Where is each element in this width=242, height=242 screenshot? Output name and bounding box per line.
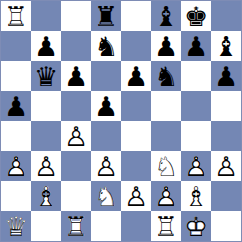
white-bishop-icon: ♝ [181, 181, 211, 211]
square-a7[interactable] [1, 31, 31, 61]
white-pawn-icon: ♟ [91, 151, 121, 181]
white-rook-icon: ♜ [151, 211, 181, 241]
square-c5[interactable] [61, 91, 91, 121]
black-knight-icon: ♞ [91, 31, 121, 61]
square-c2[interactable] [61, 181, 91, 211]
square-f2[interactable]: ♟♙ [151, 181, 181, 211]
white-king-icon: ♚ [181, 211, 211, 241]
black-pawn-icon: ♟ [211, 61, 241, 91]
square-b3[interactable]: ♟♙ [31, 151, 61, 181]
white-pawn-icon: ♟ [211, 151, 241, 181]
square-b7[interactable]: ♟ [31, 31, 61, 61]
black-pawn-icon: ♟ [1, 91, 31, 121]
square-h6[interactable]: ♟ [211, 61, 241, 91]
white-rook-icon: ♜ [1, 1, 31, 31]
white-pawn-icon: ♙ [211, 151, 241, 181]
square-f4[interactable] [151, 121, 181, 151]
square-h8[interactable] [211, 1, 241, 31]
black-pawn-icon: ♟ [151, 31, 181, 61]
white-knight-icon: ♞ [91, 181, 121, 211]
white-rook-icon: ♖ [1, 1, 31, 31]
square-a4[interactable] [1, 121, 31, 151]
white-bishop-icon: ♗ [31, 181, 61, 211]
square-a3[interactable]: ♟♙ [1, 151, 31, 181]
square-c7[interactable] [61, 31, 91, 61]
square-g8[interactable]: ♚ [181, 1, 211, 31]
square-h4[interactable] [211, 121, 241, 151]
square-c6[interactable]: ♟ [61, 61, 91, 91]
white-pawn-icon: ♙ [91, 151, 121, 181]
square-a1[interactable]: ♛♕ [1, 211, 31, 241]
square-h3[interactable]: ♟♙ [211, 151, 241, 181]
white-pawn-icon: ♟ [151, 181, 181, 211]
square-b4[interactable] [31, 121, 61, 151]
black-pawn-icon: ♟ [181, 31, 211, 61]
black-bishop-icon: ♝ [211, 31, 241, 61]
square-c1[interactable]: ♜♖ [61, 211, 91, 241]
square-h1[interactable] [211, 211, 241, 241]
white-bishop-icon: ♝ [31, 181, 61, 211]
square-a6[interactable] [1, 61, 31, 91]
square-b1[interactable] [31, 211, 61, 241]
square-d5[interactable]: ♟ [91, 91, 121, 121]
square-f6[interactable]: ♞ [151, 61, 181, 91]
square-g6[interactable] [181, 61, 211, 91]
square-f8[interactable]: ♝ [151, 1, 181, 31]
white-rook-icon: ♖ [61, 211, 91, 241]
white-pawn-icon: ♙ [1, 151, 31, 181]
black-king-icon: ♚ [181, 1, 211, 31]
square-f7[interactable]: ♟ [151, 31, 181, 61]
square-c8[interactable] [61, 1, 91, 31]
square-c3[interactable] [61, 151, 91, 181]
square-d1[interactable] [91, 211, 121, 241]
white-pawn-icon: ♙ [121, 181, 151, 211]
white-bishop-icon: ♗ [181, 181, 211, 211]
square-b2[interactable]: ♝♗ [31, 181, 61, 211]
chess-board: ♜♖♜♝♚♟♞♟♟♝♛♟♟♞♟♟♟♟♙♟♙♟♙♟♙♞♘♟♙♟♙♝♗♞♘♟♙♟♙♝… [0, 0, 242, 242]
black-queen-icon: ♛ [31, 61, 61, 91]
black-pawn-icon: ♟ [121, 61, 151, 91]
square-g1[interactable]: ♚♔ [181, 211, 211, 241]
white-pawn-icon: ♟ [1, 151, 31, 181]
square-h2[interactable] [211, 181, 241, 211]
square-d7[interactable]: ♞ [91, 31, 121, 61]
black-bishop-icon: ♝ [151, 1, 181, 31]
square-g3[interactable]: ♟♙ [181, 151, 211, 181]
square-e5[interactable] [121, 91, 151, 121]
square-g4[interactable] [181, 121, 211, 151]
black-rook-icon: ♜ [91, 1, 121, 31]
white-rook-icon: ♜ [61, 211, 91, 241]
square-b6[interactable]: ♛ [31, 61, 61, 91]
white-pawn-icon: ♟ [181, 151, 211, 181]
white-knight-icon: ♞ [151, 151, 181, 181]
white-pawn-icon: ♙ [181, 151, 211, 181]
black-pawn-icon: ♟ [31, 31, 61, 61]
white-pawn-icon: ♙ [151, 181, 181, 211]
square-e7[interactable] [121, 31, 151, 61]
black-pawn-icon: ♟ [61, 61, 91, 91]
square-d3[interactable]: ♟♙ [91, 151, 121, 181]
square-f1[interactable]: ♜♖ [151, 211, 181, 241]
square-e4[interactable] [121, 121, 151, 151]
square-g5[interactable] [181, 91, 211, 121]
square-f5[interactable] [151, 91, 181, 121]
square-c4[interactable]: ♟♙ [61, 121, 91, 151]
square-e1[interactable] [121, 211, 151, 241]
square-g7[interactable]: ♟ [181, 31, 211, 61]
white-pawn-icon: ♙ [31, 151, 61, 181]
white-pawn-icon: ♟ [31, 151, 61, 181]
white-pawn-icon: ♙ [61, 121, 91, 151]
square-e2[interactable]: ♟♙ [121, 181, 151, 211]
square-b8[interactable] [31, 1, 61, 31]
white-rook-icon: ♖ [151, 211, 181, 241]
white-king-icon: ♔ [181, 211, 211, 241]
square-h5[interactable] [211, 91, 241, 121]
square-d8[interactable]: ♜ [91, 1, 121, 31]
square-b5[interactable] [31, 91, 61, 121]
black-pawn-icon: ♟ [91, 91, 121, 121]
square-h7[interactable]: ♝ [211, 31, 241, 61]
white-knight-icon: ♘ [151, 151, 181, 181]
white-queen-icon: ♛ [1, 211, 31, 241]
square-a2[interactable] [1, 181, 31, 211]
square-e6[interactable]: ♟ [121, 61, 151, 91]
white-pawn-icon: ♟ [121, 181, 151, 211]
square-d2[interactable]: ♞♘ [91, 181, 121, 211]
square-a5[interactable]: ♟ [1, 91, 31, 121]
square-g2[interactable]: ♝♗ [181, 181, 211, 211]
white-knight-icon: ♘ [91, 181, 121, 211]
square-d4[interactable] [91, 121, 121, 151]
black-knight-icon: ♞ [151, 61, 181, 91]
square-d6[interactable] [91, 61, 121, 91]
square-e8[interactable] [121, 1, 151, 31]
white-pawn-icon: ♟ [61, 121, 91, 151]
square-f3[interactable]: ♞♘ [151, 151, 181, 181]
square-e3[interactable] [121, 151, 151, 181]
square-a8[interactable]: ♜♖ [1, 1, 31, 31]
white-queen-icon: ♕ [1, 211, 31, 241]
